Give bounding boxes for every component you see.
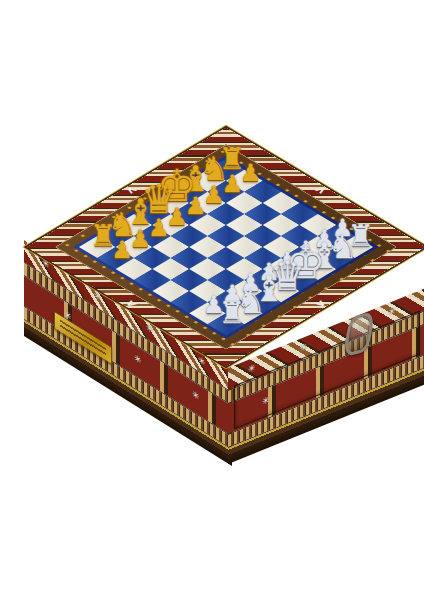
gold-pawn[interactable]: ♟ <box>111 239 133 262</box>
gold-pawn[interactable]: ♟ <box>221 173 243 196</box>
corner-inlay-icon: V <box>314 300 328 308</box>
corner-inlay-icon: V <box>314 186 328 194</box>
gold-pawn[interactable]: ♟ <box>240 162 262 185</box>
gold-pawn[interactable]: ♟ <box>203 184 225 207</box>
gold-pawn[interactable]: ♟ <box>148 217 170 240</box>
corner-inlay-icon: V <box>124 300 138 308</box>
gold-pawn[interactable]: ♟ <box>130 228 152 251</box>
gold-pawn[interactable]: ♟ <box>185 195 207 218</box>
product-photo: ✳ ✳ ✳ ✳ ✳ ✳ ✳ ✳ ✳ ✳ ✳ V V V V ♜♞♝♛♚♝♞♜♟♟ <box>0 0 424 600</box>
gold-pawn[interactable]: ♟ <box>166 206 188 229</box>
silver-rook[interactable]: ♜ <box>219 299 246 328</box>
